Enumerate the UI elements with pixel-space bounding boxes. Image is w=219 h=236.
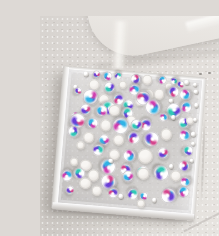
rhinestone-wh-m: [153, 88, 164, 99]
rhinestone-wh-s: [76, 141, 85, 150]
rhinestone-wh-l: [138, 148, 154, 164]
rhinestone-wh-m: [83, 131, 95, 143]
rhinestone-wh-m: [160, 128, 172, 140]
rhinestone-ab-m: [178, 129, 191, 142]
rhinestone-ab-m: [85, 115, 101, 131]
rhinestone-dot: [193, 83, 197, 87]
rhinestone-ab-m: [155, 146, 170, 161]
rhinestone-wh-m: [113, 134, 125, 146]
rhinestone-ab-l: [160, 187, 177, 204]
rhinestone-ab-m: [126, 131, 141, 146]
rhinestone-wh-m: [108, 104, 120, 116]
rhinestone-dot: [171, 115, 176, 120]
rhinestone-ab-m: [95, 104, 108, 117]
rhinestone-wh-m: [142, 74, 153, 85]
rhinestone-dot: [109, 158, 114, 163]
rhinestone-ab-m: [177, 86, 193, 102]
rhinestones-layer: [58, 69, 203, 214]
rhinestone-dot: [84, 71, 89, 76]
rhinestone-dot: [118, 194, 123, 199]
rhinestone-dot: [169, 164, 174, 169]
rhinestone-ab-s: [64, 184, 76, 196]
rhinestone-ab-l: [142, 131, 159, 148]
rhinestone-wh-m: [100, 119, 112, 131]
rhinestone-wh-s: [118, 80, 127, 89]
rhinestone-dot: [184, 80, 189, 85]
rhinestone-ab-m: [102, 80, 117, 95]
rhinestone-dot: [152, 197, 157, 202]
sheen-highlight: [111, 21, 128, 70]
rhinestone-dot: [194, 103, 199, 108]
acrylic-tray: [57, 68, 204, 215]
rhinestone-dot: [191, 141, 195, 145]
rhinestone-wh-m: [92, 185, 103, 196]
rhinestone-wh-s: [137, 199, 146, 208]
photo-scene: Overhead macro photo of a clear square a…: [40, 16, 219, 236]
rhinestone-ab-m: [126, 186, 141, 201]
rhinestone-dot: [193, 118, 197, 122]
rhinestone-ab-m: [120, 147, 137, 164]
debris-speck: [208, 72, 211, 74]
rhinestone-ab-m: [181, 144, 194, 157]
rhinestone-dot: [189, 159, 193, 163]
debris-speck: [199, 73, 202, 75]
rhinestone-ab-m: [180, 101, 193, 114]
rhinestone-wh-m: [79, 177, 91, 189]
rhinestone-ab-m: [176, 184, 192, 200]
rhinestone-wh-s: [70, 158, 79, 167]
rhinestone-wh-m: [137, 167, 149, 179]
rhinestone-dot: [194, 89, 199, 94]
rhinestone-ab-s: [74, 86, 83, 95]
rhinestone-ab-s: [158, 112, 168, 122]
rhinestone-dot: [191, 132, 196, 137]
